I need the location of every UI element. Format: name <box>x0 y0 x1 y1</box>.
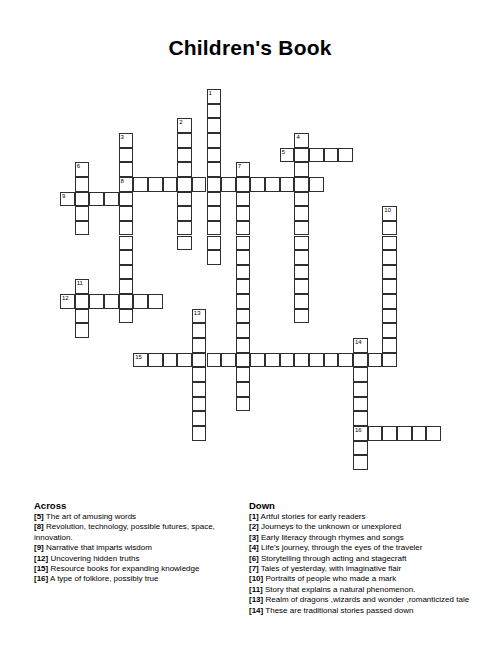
clue-number: [13] <box>249 595 263 604</box>
cell-number: 7 <box>238 163 241 169</box>
grid-cell[interactable] <box>309 353 324 368</box>
grid-cell[interactable] <box>207 104 222 119</box>
grid-cell[interactable] <box>133 294 148 309</box>
cell-number: 12 <box>62 295 69 301</box>
grid-cell[interactable]: 2 <box>177 118 192 133</box>
grid-cell[interactable] <box>382 250 397 265</box>
cell-number: 14 <box>355 339 362 345</box>
grid-cell[interactable] <box>177 221 192 236</box>
grid-cell[interactable] <box>192 323 207 338</box>
cell-number: 16 <box>355 427 362 433</box>
grid-cell[interactable] <box>104 294 119 309</box>
grid-cell[interactable] <box>294 236 309 251</box>
across-clues-section: Across [5] The art of amusing words[8] R… <box>34 500 247 585</box>
grid-cell[interactable] <box>294 192 309 207</box>
grid-cell[interactable] <box>207 133 222 148</box>
grid-cell[interactable]: 3 <box>119 133 134 148</box>
grid-cell[interactable]: 8 <box>119 177 134 192</box>
grid-cell[interactable]: 9 <box>60 192 75 207</box>
grid-cell[interactable] <box>382 279 397 294</box>
grid-cell[interactable] <box>192 177 207 192</box>
grid-cell[interactable] <box>426 426 441 441</box>
grid-cell[interactable] <box>382 221 397 236</box>
grid-cell[interactable] <box>177 148 192 163</box>
cell-number: 13 <box>194 310 201 316</box>
clue-down-4: [4] Life's journey, through the eyes of … <box>249 543 496 553</box>
grid-cell[interactable] <box>163 353 178 368</box>
clue-down-13: [13] Realm of dragons ,wizards and wonde… <box>249 595 496 605</box>
grid-cell[interactable] <box>177 192 192 207</box>
grid-cell[interactable] <box>207 236 222 251</box>
cell-number: 8 <box>121 178 124 184</box>
grid-cell[interactable]: 4 <box>294 133 309 148</box>
clue-number: [5] <box>34 512 44 521</box>
grid-cell[interactable] <box>119 148 134 163</box>
grid-cell[interactable] <box>338 353 353 368</box>
grid-cell[interactable]: 11 <box>75 279 90 294</box>
grid-cell[interactable] <box>294 250 309 265</box>
cell-number: 3 <box>121 134 124 140</box>
grid-cell[interactable] <box>382 265 397 280</box>
clue-number: [11] <box>249 585 263 594</box>
grid-cell[interactable] <box>192 382 207 397</box>
grid-cell[interactable] <box>236 353 251 368</box>
grid-cell[interactable] <box>265 177 280 192</box>
grid-cell[interactable] <box>236 206 251 221</box>
grid-cell[interactable] <box>236 367 251 382</box>
grid-cell[interactable] <box>119 162 134 177</box>
clue-down-2: [2] Journeys to the unknown or unexplore… <box>249 522 496 532</box>
grid-cell[interactable]: 1 <box>207 89 222 104</box>
grid-cell[interactable] <box>75 177 90 192</box>
grid-cell[interactable] <box>294 294 309 309</box>
grid-cell[interactable] <box>265 353 280 368</box>
grid-cell[interactable] <box>353 367 368 382</box>
grid-cell[interactable]: 7 <box>236 162 251 177</box>
clue-number: [16] <box>34 574 48 583</box>
grid-cell[interactable] <box>192 353 207 368</box>
cell-number: 2 <box>179 119 182 125</box>
grid-cell[interactable] <box>236 250 251 265</box>
grid-cell[interactable] <box>294 309 309 324</box>
clue-number: [2] <box>249 522 259 531</box>
grid-cell[interactable] <box>75 192 90 207</box>
down-clues-section: Down [1] Artful stories for early reader… <box>249 500 496 616</box>
clue-number: [7] <box>249 564 259 573</box>
grid-cell[interactable] <box>119 221 134 236</box>
across-heading: Across <box>34 500 247 511</box>
grid-cell[interactable] <box>75 221 90 236</box>
grid-cell[interactable] <box>294 279 309 294</box>
grid-cell[interactable] <box>382 323 397 338</box>
cell-number: 11 <box>77 280 83 286</box>
grid-cell[interactable] <box>207 162 222 177</box>
grid-cell[interactable] <box>75 309 90 324</box>
grid-cell[interactable] <box>148 177 163 192</box>
cell-number: 15 <box>135 354 142 360</box>
grid-cell[interactable] <box>207 192 222 207</box>
clue-down-1: [1] Artful stories for early readers <box>249 512 496 522</box>
grid-cell[interactable] <box>309 148 324 163</box>
clue-across-15: [15] Resource books for expanding knowle… <box>34 564 247 574</box>
grid-cell[interactable] <box>294 148 309 163</box>
grid-cell[interactable]: 16 <box>353 426 368 441</box>
cell-number: 5 <box>282 149 285 155</box>
grid-cell[interactable] <box>119 236 134 251</box>
grid-cell[interactable] <box>192 397 207 412</box>
grid-cell[interactable] <box>192 426 207 441</box>
grid-cell[interactable] <box>382 236 397 251</box>
clue-down-3: [3] Early literacy through rhymes and so… <box>249 533 496 543</box>
grid-cell[interactable] <box>119 192 134 207</box>
grid-cell[interactable] <box>353 397 368 412</box>
crossword-grid: 12345678910111213141516 <box>60 89 442 471</box>
grid-cell[interactable] <box>177 206 192 221</box>
grid-cell[interactable] <box>119 309 134 324</box>
grid-cell[interactable] <box>207 206 222 221</box>
grid-cell[interactable] <box>236 397 251 412</box>
grid-cell[interactable] <box>353 441 368 456</box>
clue-across-8: [8] Revolution, technology, possible fut… <box>34 522 247 543</box>
grid-cell[interactable] <box>207 221 222 236</box>
grid-cell[interactable] <box>250 353 265 368</box>
clue-number: [6] <box>249 554 259 563</box>
grid-cell[interactable] <box>280 177 295 192</box>
grid-cell[interactable]: 10 <box>382 206 397 221</box>
grid-cell[interactable] <box>353 455 368 470</box>
clue-number: [3] <box>249 533 259 542</box>
grid-cell[interactable] <box>75 294 90 309</box>
grid-cell[interactable] <box>324 148 339 163</box>
grid-cell[interactable] <box>148 294 163 309</box>
down-heading: Down <box>249 500 496 511</box>
grid-cell[interactable] <box>104 192 119 207</box>
grid-cell[interactable] <box>236 294 251 309</box>
grid-cell[interactable] <box>75 206 90 221</box>
grid-cell[interactable] <box>177 162 192 177</box>
grid-cell[interactable] <box>338 148 353 163</box>
grid-cell[interactable] <box>236 382 251 397</box>
cell-number: 4 <box>296 134 299 140</box>
grid-cell[interactable] <box>221 353 236 368</box>
clue-number: [10] <box>249 574 263 583</box>
grid-cell[interactable] <box>177 236 192 251</box>
grid-cell[interactable] <box>353 411 368 426</box>
clue-down-11: [11] Story that explains a natural pheno… <box>249 585 496 595</box>
grid-cell[interactable] <box>250 177 265 192</box>
across-clues-list: [5] The art of amusing words[8] Revoluti… <box>34 512 247 585</box>
grid-cell[interactable] <box>119 250 134 265</box>
grid-cell[interactable] <box>133 177 148 192</box>
grid-cell[interactable] <box>397 426 412 441</box>
grid-cell[interactable] <box>207 148 222 163</box>
grid-cell[interactable] <box>368 426 383 441</box>
grid-cell[interactable] <box>207 353 222 368</box>
grid-cell[interactable]: 5 <box>280 148 295 163</box>
grid-cell[interactable] <box>324 353 339 368</box>
grid-cell[interactable] <box>382 294 397 309</box>
grid-cell[interactable] <box>382 353 397 368</box>
grid-cell[interactable] <box>353 353 368 368</box>
cell-number: 10 <box>384 207 391 213</box>
grid-cell[interactable] <box>163 177 178 192</box>
grid-cell[interactable] <box>89 294 104 309</box>
grid-cell[interactable] <box>89 192 104 207</box>
clue-across-5: [5] The art of amusing words <box>34 512 247 522</box>
grid-cell[interactable] <box>207 177 222 192</box>
grid-cell[interactable] <box>236 323 251 338</box>
clue-number: [9] <box>34 543 44 552</box>
grid-cell[interactable] <box>236 279 251 294</box>
grid-cell[interactable]: 14 <box>353 338 368 353</box>
grid-cell[interactable] <box>75 323 90 338</box>
grid-cell[interactable] <box>119 294 134 309</box>
clue-number: [14] <box>249 606 263 615</box>
grid-cell[interactable] <box>294 206 309 221</box>
grid-cell[interactable]: 13 <box>192 309 207 324</box>
grid-cell[interactable] <box>382 309 397 324</box>
grid-cell[interactable] <box>382 338 397 353</box>
grid-cell[interactable] <box>236 177 251 192</box>
grid-cell[interactable] <box>148 353 163 368</box>
grid-cell[interactable] <box>236 338 251 353</box>
grid-cell[interactable] <box>309 177 324 192</box>
grid-cell[interactable] <box>294 265 309 280</box>
grid-cell[interactable] <box>294 177 309 192</box>
grid-cell[interactable]: 15 <box>133 353 148 368</box>
cell-number: 9 <box>62 193 65 199</box>
grid-cell[interactable] <box>119 206 134 221</box>
grid-cell[interactable] <box>294 353 309 368</box>
grid-cell[interactable] <box>236 192 251 207</box>
grid-cell[interactable] <box>236 236 251 251</box>
grid-cell[interactable]: 12 <box>60 294 75 309</box>
down-clues-list: [1] Artful stories for early readers[2] … <box>249 512 496 616</box>
grid-cell[interactable] <box>368 353 383 368</box>
grid-cell[interactable] <box>294 221 309 236</box>
grid-cell[interactable] <box>294 162 309 177</box>
clue-across-16: [16] A type of folklore, possibly true <box>34 574 247 584</box>
grid-cell[interactable] <box>119 265 134 280</box>
grid-cell[interactable] <box>207 118 222 133</box>
grid-cell[interactable] <box>177 133 192 148</box>
grid-cell[interactable] <box>382 426 397 441</box>
clue-number: [8] <box>34 522 44 531</box>
cell-number: 1 <box>209 90 212 96</box>
grid-cell[interactable] <box>236 265 251 280</box>
clue-across-12: [12] Uncovering hidden truths <box>34 554 247 564</box>
grid-cell[interactable] <box>221 177 236 192</box>
grid-cell[interactable] <box>119 279 134 294</box>
clue-number: [4] <box>249 543 259 552</box>
grid-cell[interactable] <box>177 177 192 192</box>
grid-cell[interactable] <box>192 367 207 382</box>
grid-cell[interactable] <box>353 382 368 397</box>
cell-number: 6 <box>77 163 80 169</box>
grid-cell[interactable] <box>177 353 192 368</box>
clue-number: [1] <box>249 512 259 521</box>
grid-cell[interactable] <box>192 411 207 426</box>
grid-cell[interactable] <box>236 221 251 236</box>
clue-down-10: [10] Portraits of people who made a mark <box>249 574 496 584</box>
clue-number: [12] <box>34 554 48 563</box>
clue-across-9: [9] Narrative that imparts wisdom <box>34 543 247 553</box>
grid-cell[interactable]: 6 <box>75 162 90 177</box>
grid-cell[interactable] <box>280 353 295 368</box>
grid-cell[interactable] <box>192 338 207 353</box>
clue-down-7: [7] Tales of yesterday, with imaginative… <box>249 564 496 574</box>
clue-down-6: [6] Storytelling through acting and stag… <box>249 554 496 564</box>
grid-cell[interactable] <box>236 309 251 324</box>
grid-cell[interactable] <box>412 426 427 441</box>
puzzle-title: Children's Book <box>0 36 500 60</box>
clue-down-14: [14] These are traditional stories passe… <box>249 606 496 616</box>
grid-cell[interactable] <box>207 250 222 265</box>
clue-number: [15] <box>34 564 48 573</box>
